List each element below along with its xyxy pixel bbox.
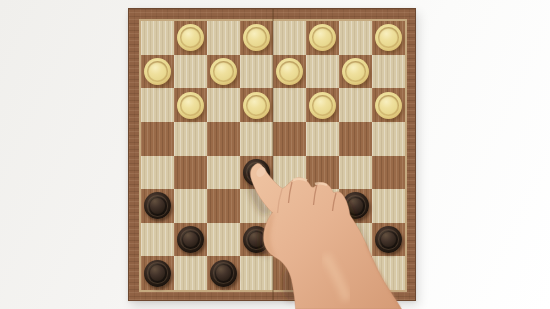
square-r1c3 bbox=[207, 21, 240, 55]
square-r7c3 bbox=[207, 223, 240, 257]
square-r5c8[interactable] bbox=[372, 156, 405, 190]
square-r7c6[interactable] bbox=[306, 223, 339, 257]
square-r4c7[interactable] bbox=[339, 122, 372, 156]
square-r5c4[interactable] bbox=[240, 156, 273, 190]
square-r4c2 bbox=[174, 122, 207, 156]
square-r1c1 bbox=[141, 21, 174, 55]
square-r4c6 bbox=[306, 122, 339, 156]
square-r4c8 bbox=[372, 122, 405, 156]
square-r8c8 bbox=[372, 256, 405, 290]
square-r8c6 bbox=[306, 256, 339, 290]
square-r5c7 bbox=[339, 156, 372, 190]
checker-yellow-r3c6[interactable] bbox=[309, 92, 336, 119]
square-r1c7 bbox=[339, 21, 372, 55]
checker-yellow-r3c8[interactable] bbox=[375, 92, 402, 119]
square-r6c8 bbox=[372, 189, 405, 223]
square-r7c5 bbox=[273, 223, 306, 257]
square-r1c2[interactable] bbox=[174, 21, 207, 55]
square-r5c5 bbox=[273, 156, 306, 190]
square-r2c4 bbox=[240, 55, 273, 89]
square-r1c5 bbox=[273, 21, 306, 55]
square-r2c8 bbox=[372, 55, 405, 89]
square-r3c1 bbox=[141, 88, 174, 122]
checker-dark-r7c4[interactable] bbox=[243, 226, 270, 253]
square-r2c5[interactable] bbox=[273, 55, 306, 89]
square-r6c1[interactable] bbox=[141, 189, 174, 223]
square-r4c3[interactable] bbox=[207, 122, 240, 156]
square-r5c1 bbox=[141, 156, 174, 190]
checkers-board bbox=[128, 8, 416, 301]
square-r3c7 bbox=[339, 88, 372, 122]
square-r7c7 bbox=[339, 223, 372, 257]
square-r7c8[interactable] bbox=[372, 223, 405, 257]
square-r8c5[interactable] bbox=[273, 256, 306, 290]
checker-dark-r6c7[interactable] bbox=[342, 192, 369, 219]
checker-yellow-r1c8[interactable] bbox=[375, 24, 402, 51]
square-r8c1[interactable] bbox=[141, 256, 174, 290]
square-r5c2[interactable] bbox=[174, 156, 207, 190]
square-r7c1 bbox=[141, 223, 174, 257]
checker-dark-r5c4[interactable] bbox=[243, 159, 270, 186]
square-r6c4 bbox=[240, 189, 273, 223]
checker-dark-r6c1[interactable] bbox=[144, 192, 171, 219]
square-r4c4 bbox=[240, 122, 273, 156]
checker-yellow-r2c1[interactable] bbox=[144, 58, 171, 85]
checker-yellow-r1c6[interactable] bbox=[309, 24, 336, 51]
checker-yellow-r3c4[interactable] bbox=[243, 92, 270, 119]
checker-dark-r7c8[interactable] bbox=[375, 226, 402, 253]
checker-dark-r7c2[interactable] bbox=[177, 226, 204, 253]
checker-yellow-r2c3[interactable] bbox=[210, 58, 237, 85]
square-r6c5[interactable] bbox=[273, 189, 306, 223]
checker-yellow-r2c7[interactable] bbox=[342, 58, 369, 85]
square-r4c1[interactable] bbox=[141, 122, 174, 156]
square-r5c3 bbox=[207, 156, 240, 190]
square-r3c2[interactable] bbox=[174, 88, 207, 122]
square-r1c8[interactable] bbox=[372, 21, 405, 55]
square-r5c6[interactable] bbox=[306, 156, 339, 190]
scene bbox=[0, 0, 550, 309]
square-r2c7[interactable] bbox=[339, 55, 372, 89]
board-fold-seam bbox=[272, 9, 274, 300]
square-r2c6 bbox=[306, 55, 339, 89]
checker-yellow-r3c2[interactable] bbox=[177, 92, 204, 119]
square-r8c4 bbox=[240, 256, 273, 290]
square-r3c4[interactable] bbox=[240, 88, 273, 122]
checker-yellow-r1c4[interactable] bbox=[243, 24, 270, 51]
square-r7c4[interactable] bbox=[240, 223, 273, 257]
square-r8c7[interactable] bbox=[339, 256, 372, 290]
square-r8c3[interactable] bbox=[207, 256, 240, 290]
square-r1c4[interactable] bbox=[240, 21, 273, 55]
square-r7c2[interactable] bbox=[174, 223, 207, 257]
checker-dark-r8c3[interactable] bbox=[210, 260, 237, 287]
square-r6c6 bbox=[306, 189, 339, 223]
square-r6c2 bbox=[174, 189, 207, 223]
square-r3c8[interactable] bbox=[372, 88, 405, 122]
square-r8c2 bbox=[174, 256, 207, 290]
square-r3c5 bbox=[273, 88, 306, 122]
square-r3c3 bbox=[207, 88, 240, 122]
square-r6c7[interactable] bbox=[339, 189, 372, 223]
square-r2c3[interactable] bbox=[207, 55, 240, 89]
checker-yellow-r1c2[interactable] bbox=[177, 24, 204, 51]
square-r2c2 bbox=[174, 55, 207, 89]
square-r2c1[interactable] bbox=[141, 55, 174, 89]
checker-dark-r8c1[interactable] bbox=[144, 260, 171, 287]
square-r3c6[interactable] bbox=[306, 88, 339, 122]
square-r1c6[interactable] bbox=[306, 21, 339, 55]
checker-yellow-r2c5[interactable] bbox=[276, 58, 303, 85]
square-r6c3[interactable] bbox=[207, 189, 240, 223]
square-r4c5[interactable] bbox=[273, 122, 306, 156]
